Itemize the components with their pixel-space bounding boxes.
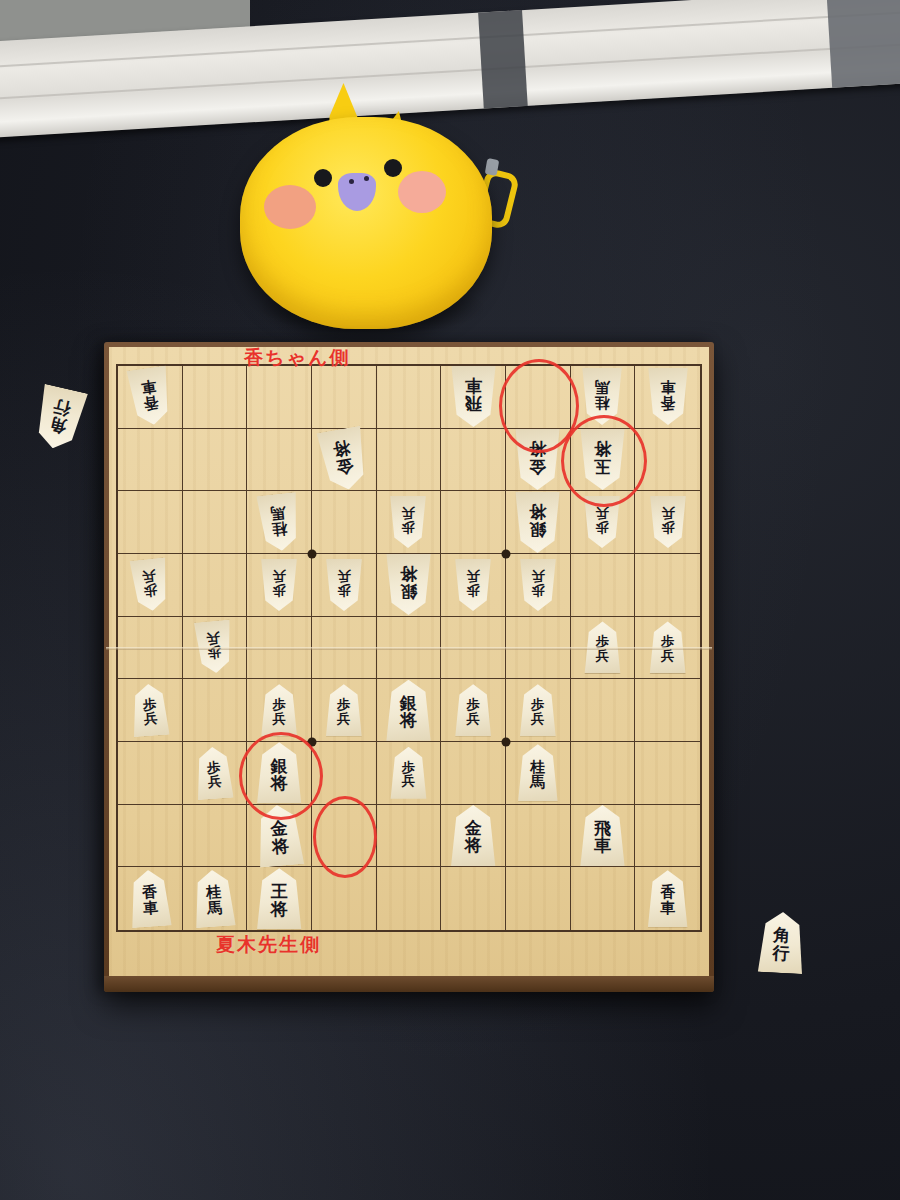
annotation-circle-r7-c3 — [239, 732, 323, 820]
board-cell-r7-c8 — [571, 742, 636, 805]
piece-kanji: 兵 — [206, 632, 221, 647]
board-cell-r3-c5: 歩兵 — [377, 491, 442, 554]
piece-kanji: 兵 — [466, 712, 480, 726]
piece-kanji: 王 — [271, 883, 288, 900]
piece-kanji: 歩 — [272, 583, 286, 597]
piece-kanji: 馬 — [595, 380, 610, 395]
board-cell-r2-c3 — [247, 429, 312, 492]
board-cell-r8-c8: 飛車 — [571, 805, 636, 868]
shogi-piece-香車-gote[interactable]: 香車 — [647, 368, 689, 425]
piece-kanji: 兵 — [337, 570, 351, 584]
chick-nostril-icon — [364, 176, 369, 181]
shogi-piece-香車-sente[interactable]: 香車 — [647, 870, 689, 927]
board-cell-r4-c5: 銀将 — [377, 554, 442, 617]
piece-kanji: 桂 — [595, 395, 610, 410]
shogi-board: 香車飛車桂馬香車金将金将玉将桂馬歩兵銀将歩兵歩兵歩兵歩兵歩兵銀将歩兵歩兵歩兵歩兵… — [104, 342, 714, 992]
shogi-piece-王将-sente[interactable]: 王将 — [256, 868, 303, 929]
piece-kanji: 金 — [465, 820, 482, 837]
shogi-piece-桂馬-sente[interactable]: 桂馬 — [192, 869, 238, 929]
board-cell-r2-c1 — [118, 429, 183, 492]
piece-kanji: 歩 — [661, 521, 675, 535]
board-cell-r7-c6 — [441, 742, 506, 805]
board-cell-r9-c5 — [377, 867, 442, 930]
shogi-piece-歩兵-sente[interactable]: 歩兵 — [129, 683, 171, 738]
board-cell-r9-c1: 香車 — [118, 867, 183, 930]
piece-kanji: 飛 — [465, 395, 482, 412]
board-cell-r6-c9 — [635, 679, 700, 742]
star-point — [308, 550, 317, 559]
board-cell-r7-c7: 桂馬 — [506, 742, 571, 805]
piece-kanji: 将 — [332, 439, 352, 459]
board-fold-seam — [106, 647, 712, 650]
piece-kanji: 将 — [529, 503, 546, 520]
board-cell-r7-c5: 歩兵 — [377, 742, 442, 805]
piece-kanji: 兵 — [402, 774, 416, 788]
piece-kanji: 車 — [594, 837, 611, 854]
piece-kanji: 兵 — [337, 712, 351, 726]
shogi-piece-歩兵-gote[interactable]: 歩兵 — [325, 559, 363, 611]
shogi-piece-銀将-sente[interactable]: 銀将 — [385, 680, 432, 741]
shogi-piece-銀将-gote[interactable]: 銀将 — [385, 554, 432, 615]
piece-kanji: 兵 — [596, 507, 610, 521]
board-cell-r3-c9: 歩兵 — [635, 491, 700, 554]
board-cell-r3-c1 — [118, 491, 183, 554]
board-cell-r7-c1 — [118, 742, 183, 805]
board-cell-r6-c2 — [183, 679, 248, 742]
board-cell-r9-c3: 王将 — [247, 867, 312, 930]
star-point — [502, 738, 511, 747]
board-cell-r3-c2 — [183, 491, 248, 554]
board-cell-r6-c1: 歩兵 — [118, 679, 183, 742]
shogi-piece-香車-gote[interactable]: 香車 — [125, 366, 175, 428]
board-cell-r9-c7 — [506, 867, 571, 930]
scene: 香車飛車桂馬香車金将金将玉将桂馬歩兵銀将歩兵歩兵歩兵歩兵歩兵銀将歩兵歩兵歩兵歩兵… — [0, 0, 900, 1200]
board-cell-r6-c7: 歩兵 — [506, 679, 571, 742]
board-cell-r7-c9 — [635, 742, 700, 805]
board-cell-r8-c5 — [377, 805, 442, 868]
piece-kanji: 歩 — [531, 583, 545, 597]
board-cell-r2-c2 — [183, 429, 248, 492]
piece-kanji: 兵 — [531, 570, 545, 584]
sill-shadow — [826, 0, 900, 88]
piece-kanji: 将 — [400, 712, 417, 729]
board-cell-r9-c9: 香車 — [635, 867, 700, 930]
board-cell-r3-c7: 銀将 — [506, 491, 571, 554]
board-cell-r2-c6 — [441, 429, 506, 492]
piece-kanji: 兵 — [402, 507, 416, 521]
shogi-piece-歩兵-sente[interactable]: 歩兵 — [325, 684, 363, 736]
shogi-piece-金将-gote[interactable]: 金将 — [315, 425, 372, 493]
shogi-piece-桂馬-gote[interactable]: 桂馬 — [255, 492, 303, 553]
chick-eye-icon — [314, 169, 332, 187]
chick-pouch[interactable] — [240, 85, 510, 340]
shogi-piece-香車-sente[interactable]: 香車 — [127, 869, 173, 929]
star-point — [502, 550, 511, 559]
shogi-piece-歩兵-gote[interactable]: 歩兵 — [454, 559, 492, 611]
board-cell-r3-c6 — [441, 491, 506, 554]
shogi-piece-歩兵-sente[interactable]: 歩兵 — [260, 684, 298, 736]
board-cell-r9-c8 — [571, 867, 636, 930]
board-cell-r4-c7: 歩兵 — [506, 554, 571, 617]
piece-kanji: 飛 — [594, 820, 611, 837]
board-cell-r3-c3: 桂馬 — [247, 491, 312, 554]
piece-kanji: 銀 — [400, 695, 417, 712]
shogi-piece-歩兵-sente[interactable]: 歩兵 — [389, 747, 427, 799]
shogi-piece-歩兵-sente[interactable]: 歩兵 — [519, 684, 557, 736]
piece-kanji: 車 — [660, 901, 675, 916]
board-cell-r2-c4: 金将 — [312, 429, 377, 492]
chick-eye-icon — [384, 159, 402, 177]
board-cell-r6-c8 — [571, 679, 636, 742]
piece-kanji: 馬 — [530, 775, 545, 790]
bottom-player-label: 夏木先生側 — [216, 932, 321, 958]
board-cell-r4-c4: 歩兵 — [312, 554, 377, 617]
shogi-piece-金将-sente[interactable]: 金将 — [450, 805, 497, 866]
shogi-piece-歩兵-gote[interactable]: 歩兵 — [519, 559, 557, 611]
top-player-label: 香ちゃん側 — [244, 345, 350, 371]
piece-kanji: 兵 — [143, 711, 157, 726]
piece-kanji: 将 — [271, 837, 289, 856]
board-front-edge — [104, 976, 714, 992]
piece-kanji: 兵 — [466, 570, 480, 584]
shogi-piece-飛車-gote[interactable]: 飛車 — [450, 366, 497, 427]
piece-kanji: 将 — [465, 837, 482, 854]
board-cell-r4-c9 — [635, 554, 700, 617]
board-cell-r4-c3: 歩兵 — [247, 554, 312, 617]
board-cell-r1-c6: 飛車 — [441, 366, 506, 429]
annotation-circle-r8-c4 — [313, 796, 377, 878]
piece-kanji: 兵 — [531, 712, 545, 726]
shogi-piece-歩兵-sente[interactable]: 歩兵 — [454, 684, 492, 736]
board-cell-r1-c5 — [377, 366, 442, 429]
board-cell-r4-c1: 歩兵 — [118, 554, 183, 617]
board-cell-r2-c5 — [377, 429, 442, 492]
piece-kanji: 車 — [142, 900, 158, 916]
piece-kanji: 歩 — [402, 521, 416, 535]
shogi-piece-歩兵-sente[interactable]: 歩兵 — [194, 746, 236, 801]
chick-cheek-icon — [264, 185, 316, 229]
shogi-piece-歩兵-gote[interactable]: 歩兵 — [389, 496, 427, 548]
piece-kanji: 将 — [271, 901, 288, 918]
piece-kanji: 兵 — [596, 649, 610, 663]
board-cell-r4-c6: 歩兵 — [441, 554, 506, 617]
piece-kanji: 馬 — [270, 504, 287, 521]
shogi-piece-歩兵-gote[interactable]: 歩兵 — [649, 496, 687, 548]
board-cell-r8-c1 — [118, 805, 183, 868]
board-cell-r9-c6 — [441, 867, 506, 930]
board-cell-r8-c6: 金将 — [441, 805, 506, 868]
board-cell-r1-c3 — [247, 366, 312, 429]
piece-kanji: 銀 — [529, 520, 546, 537]
piece-kanji: 銀 — [400, 583, 417, 600]
piece-kanji: 歩 — [596, 521, 610, 535]
piece-kanji: 車 — [465, 378, 482, 395]
board-cell-r8-c9 — [635, 805, 700, 868]
board-cell-r1-c2 — [183, 366, 248, 429]
piece-kanji: 将 — [400, 566, 417, 583]
piece-kanji: 歩 — [337, 583, 351, 597]
piece-kanji: 兵 — [272, 712, 286, 726]
board-cell-r1-c4 — [312, 366, 377, 429]
board-cell-r6-c6: 歩兵 — [441, 679, 506, 742]
shogi-piece-銀将-gote[interactable]: 銀将 — [514, 492, 561, 553]
piece-kanji: 金 — [529, 457, 546, 474]
piece-kanji: 兵 — [661, 649, 675, 663]
board-cell-r4-c2 — [183, 554, 248, 617]
board-cell-r8-c2 — [183, 805, 248, 868]
piece-kanji: 兵 — [272, 570, 286, 584]
piece-kanji: 行 — [52, 398, 72, 419]
board-cell-r1-c9: 香車 — [635, 366, 700, 429]
shogi-piece-歩兵-gote[interactable]: 歩兵 — [128, 557, 171, 613]
shogi-piece-飛車-sente[interactable]: 飛車 — [579, 805, 626, 866]
annotation-circle-r2-c8 — [561, 415, 647, 507]
shogi-piece-桂馬-sente[interactable]: 桂馬 — [517, 744, 559, 801]
piece-kanji: 歩 — [466, 583, 480, 597]
piece-kanji: 香 — [660, 395, 675, 410]
board-cell-r1-c1: 香車 — [118, 366, 183, 429]
piece-kanji: 兵 — [208, 774, 222, 789]
chick-cheek-icon — [398, 171, 446, 213]
chick-nostril-icon — [349, 179, 354, 184]
board-cell-r6-c5: 銀将 — [377, 679, 442, 742]
board-cell-r7-c2: 歩兵 — [183, 742, 248, 805]
piece-kanji: 車 — [660, 380, 675, 395]
board-cell-r9-c2: 桂馬 — [183, 867, 248, 930]
board-cell-r6-c4: 歩兵 — [312, 679, 377, 742]
piece-kanji: 兵 — [661, 507, 675, 521]
piece-kanji: 行 — [772, 944, 790, 962]
board-cell-r3-c4 — [312, 491, 377, 554]
piece-kanji: 馬 — [207, 900, 223, 916]
piece-kanji: 兵 — [142, 569, 157, 584]
shogi-piece-歩兵-gote[interactable]: 歩兵 — [260, 559, 298, 611]
piece-kanji: 車 — [140, 379, 157, 396]
board-cell-r8-c7 — [506, 805, 571, 868]
board-cell-r4-c8 — [571, 554, 636, 617]
